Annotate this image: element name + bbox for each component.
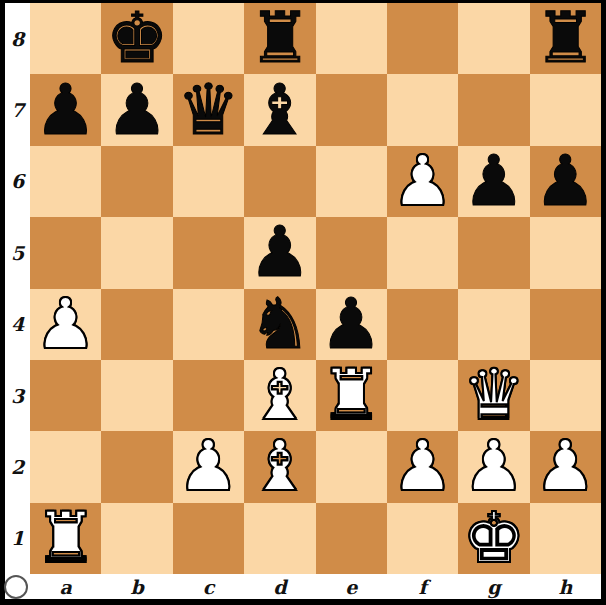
square-g4[interactable] (458, 289, 529, 360)
square-h2[interactable]: ♟ (530, 431, 601, 502)
piece-white-bishop: ♝ (248, 431, 311, 502)
square-b5[interactable] (101, 217, 172, 288)
square-e5[interactable] (316, 217, 387, 288)
file-label-e: e (316, 574, 387, 599)
square-h8[interactable]: ♜ (530, 3, 601, 74)
rank-label-8: 8 (5, 3, 30, 74)
piece-black-pawn: ♟ (248, 217, 311, 288)
square-a4[interactable]: ♟ (30, 289, 101, 360)
square-b8[interactable]: ♚ (101, 3, 172, 74)
piece-black-king: ♚ (106, 3, 169, 74)
piece-white-king: ♚ (463, 503, 526, 574)
square-f7[interactable] (387, 74, 458, 145)
rank-label-1: 1 (5, 503, 30, 574)
square-g5[interactable] (458, 217, 529, 288)
square-a2[interactable] (30, 431, 101, 502)
file-label-g: g (458, 574, 529, 599)
square-g7[interactable] (458, 74, 529, 145)
piece-white-pawn: ♟ (34, 289, 97, 360)
square-b1[interactable] (101, 503, 172, 574)
file-label-b: b (101, 574, 172, 599)
square-h1[interactable] (530, 503, 601, 574)
file-label-h: h (530, 574, 601, 599)
rank-labels: 87654321 (5, 3, 30, 574)
piece-white-pawn: ♟ (391, 431, 454, 502)
rank-label-3: 3 (5, 360, 30, 431)
square-a7[interactable]: ♟ (30, 74, 101, 145)
square-h4[interactable] (530, 289, 601, 360)
square-c5[interactable] (173, 217, 244, 288)
square-d8[interactable]: ♜ (244, 3, 315, 74)
piece-black-pawn: ♟ (34, 75, 97, 146)
rank-label-5: 5 (5, 217, 30, 288)
chess-board-diagram: 87654321 ♚♜♜♟♟♛♝♟♟♟♟♟♞♟♝♜♛♟♝♟♟♟♜♚ abcdef… (0, 0, 606, 605)
piece-black-pawn: ♟ (534, 146, 597, 217)
square-b6[interactable] (101, 146, 172, 217)
square-e4[interactable]: ♟ (316, 289, 387, 360)
piece-black-rook: ♜ (248, 3, 311, 74)
rank-label-2: 2 (5, 431, 30, 502)
rank-label-6: 6 (5, 146, 30, 217)
square-a1[interactable]: ♜ (30, 503, 101, 574)
piece-white-bishop: ♝ (248, 360, 311, 431)
square-f3[interactable] (387, 360, 458, 431)
square-g3[interactable]: ♛ (458, 360, 529, 431)
square-f6[interactable]: ♟ (387, 146, 458, 217)
piece-black-pawn: ♟ (106, 75, 169, 146)
square-e7[interactable] (316, 74, 387, 145)
piece-white-pawn: ♟ (391, 146, 454, 217)
square-d1[interactable] (244, 503, 315, 574)
piece-white-pawn: ♟ (534, 431, 597, 502)
piece-black-bishop: ♝ (248, 75, 311, 146)
square-h7[interactable] (530, 74, 601, 145)
square-b4[interactable] (101, 289, 172, 360)
square-h6[interactable]: ♟ (530, 146, 601, 217)
square-b3[interactable] (101, 360, 172, 431)
square-b7[interactable]: ♟ (101, 74, 172, 145)
square-c1[interactable] (173, 503, 244, 574)
rank-label-7: 7 (5, 74, 30, 145)
square-e3[interactable]: ♜ (316, 360, 387, 431)
square-e2[interactable] (316, 431, 387, 502)
square-a8[interactable] (30, 3, 101, 74)
square-a3[interactable] (30, 360, 101, 431)
square-e6[interactable] (316, 146, 387, 217)
square-e1[interactable] (316, 503, 387, 574)
piece-black-knight: ♞ (248, 289, 311, 360)
square-c2[interactable]: ♟ (173, 431, 244, 502)
square-a5[interactable] (30, 217, 101, 288)
square-d2[interactable]: ♝ (244, 431, 315, 502)
piece-white-pawn: ♟ (463, 431, 526, 502)
piece-black-pawn: ♟ (463, 146, 526, 217)
piece-white-rook: ♜ (320, 360, 383, 431)
piece-black-pawn: ♟ (320, 289, 383, 360)
square-d7[interactable]: ♝ (244, 74, 315, 145)
square-f1[interactable] (387, 503, 458, 574)
square-c6[interactable] (173, 146, 244, 217)
square-h3[interactable] (530, 360, 601, 431)
side-to-move-indicator (4, 575, 28, 599)
file-labels: abcdefgh (30, 574, 601, 599)
square-d5[interactable]: ♟ (244, 217, 315, 288)
file-label-c: c (173, 574, 244, 599)
square-c7[interactable]: ♛ (173, 74, 244, 145)
square-c8[interactable] (173, 3, 244, 74)
square-e8[interactable] (316, 3, 387, 74)
square-f4[interactable] (387, 289, 458, 360)
file-label-f: f (387, 574, 458, 599)
piece-black-queen: ♛ (177, 75, 240, 146)
square-g2[interactable]: ♟ (458, 431, 529, 502)
piece-black-rook: ♜ (534, 3, 597, 74)
square-a6[interactable] (30, 146, 101, 217)
square-c4[interactable] (173, 289, 244, 360)
piece-white-queen: ♛ (463, 360, 526, 431)
square-d6[interactable] (244, 146, 315, 217)
square-f5[interactable] (387, 217, 458, 288)
rank-label-4: 4 (5, 289, 30, 360)
square-d3[interactable]: ♝ (244, 360, 315, 431)
square-c3[interactable] (173, 360, 244, 431)
square-d4[interactable]: ♞ (244, 289, 315, 360)
square-g8[interactable] (458, 3, 529, 74)
square-f2[interactable]: ♟ (387, 431, 458, 502)
file-label-a: a (30, 574, 101, 599)
chess-board: ♚♜♜♟♟♛♝♟♟♟♟♟♞♟♝♜♛♟♝♟♟♟♜♚ (30, 3, 601, 574)
piece-white-rook: ♜ (34, 503, 97, 574)
square-h5[interactable] (530, 217, 601, 288)
square-g6[interactable]: ♟ (458, 146, 529, 217)
piece-white-pawn: ♟ (177, 431, 240, 502)
square-b2[interactable] (101, 431, 172, 502)
file-label-d: d (244, 574, 315, 599)
square-f8[interactable] (387, 3, 458, 74)
square-g1[interactable]: ♚ (458, 503, 529, 574)
